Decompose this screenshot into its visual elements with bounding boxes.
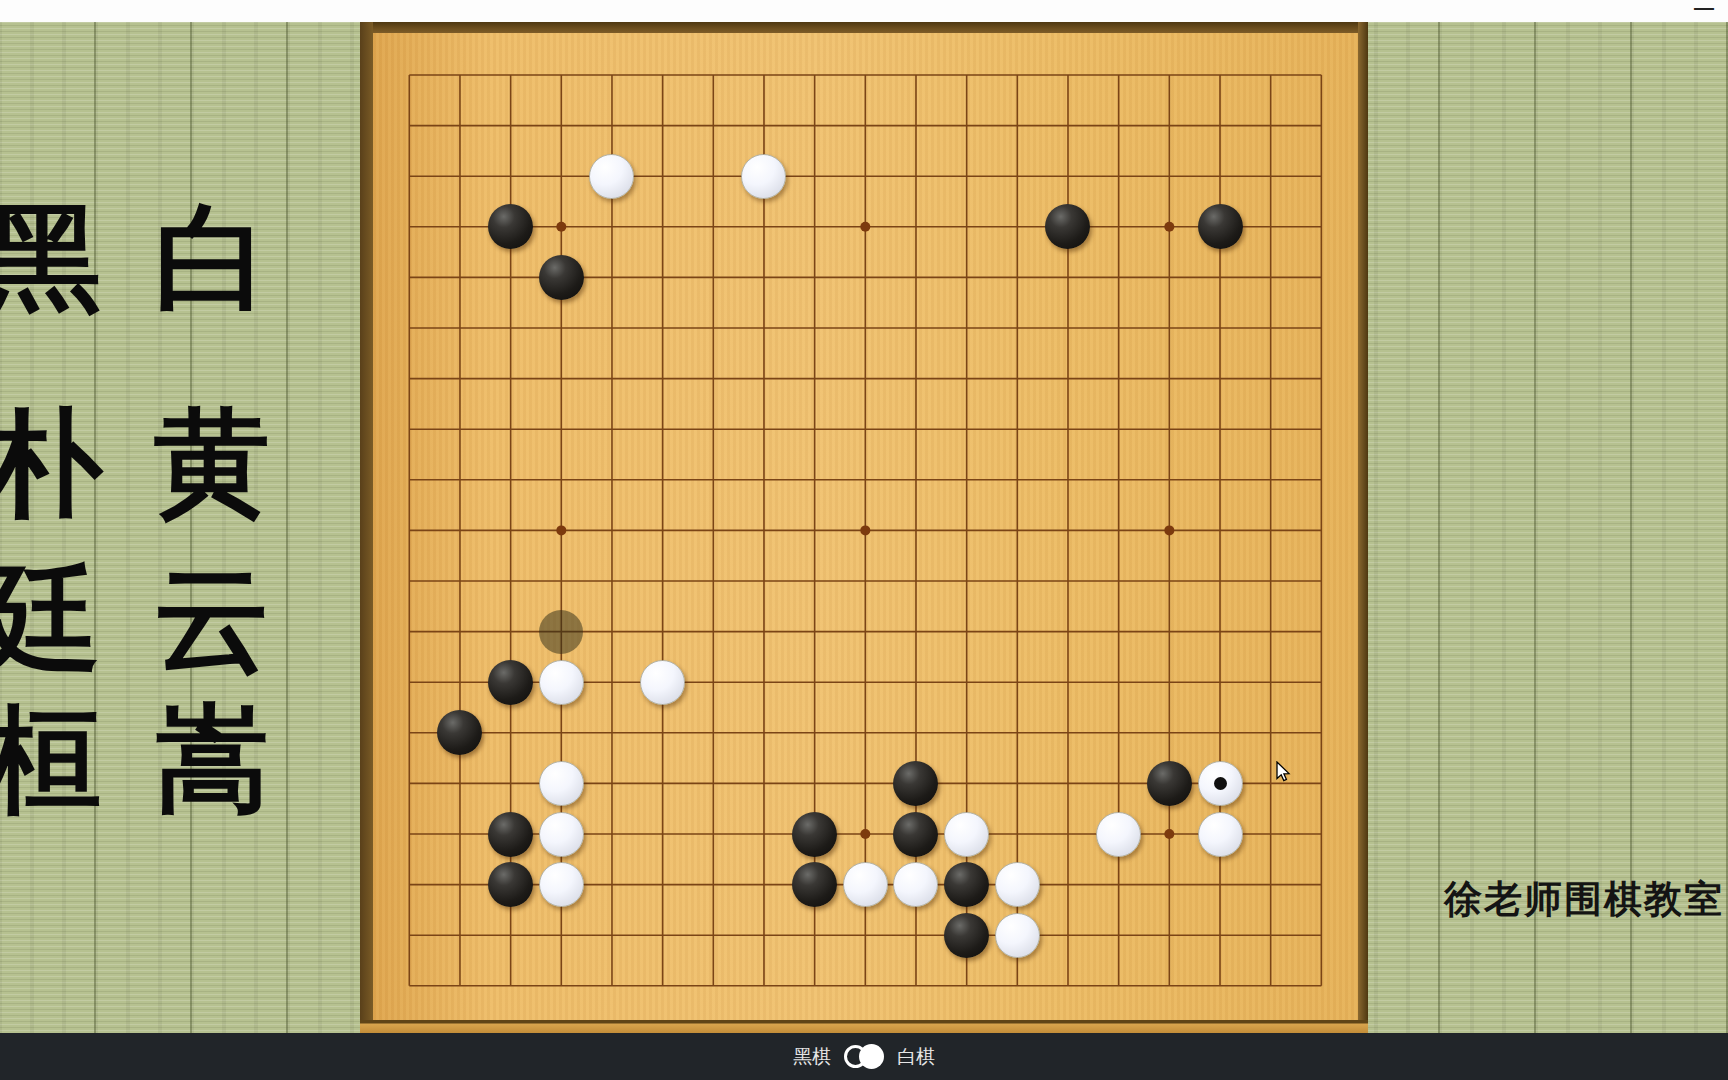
app-window: 黑 朴 廷 桓 白 黄 云 嵩 徐老师围棋教室 — 黑棋 白棋 [0, 0, 1728, 1080]
black-name-char-2: 廷 [0, 561, 108, 677]
go-board[interactable] [373, 33, 1358, 1020]
board-front-edge [360, 1020, 1368, 1033]
board-right-edge [1358, 22, 1368, 1020]
mouse-cursor-icon [1276, 761, 1292, 783]
bottom-control-bar: 黑棋 白棋 [0, 1033, 1728, 1080]
black-color-char: 黑 [0, 200, 108, 316]
stone-color-toggle[interactable] [844, 1044, 884, 1069]
white-color-char: 白 [147, 200, 277, 316]
minimize-button[interactable]: — [1694, 0, 1714, 19]
toggle-white-knob-icon [859, 1044, 884, 1069]
black-stones-toggle-label[interactable]: 黑棋 [793, 1044, 831, 1070]
white-stones-toggle-label[interactable]: 白棋 [897, 1044, 935, 1070]
white-name-char-1: 黄 [147, 405, 277, 521]
classroom-watermark: 徐老师围棋教室 [1444, 874, 1724, 925]
board-top-edge [360, 22, 1368, 33]
white-name-char-3: 嵩 [147, 701, 277, 817]
board-left-edge [360, 22, 373, 1020]
black-name-char-3: 桓 [0, 701, 108, 817]
window-titlebar: — [0, 0, 1728, 22]
white-name-char-2: 云 [147, 561, 277, 677]
black-name-char-1: 朴 [0, 405, 108, 521]
